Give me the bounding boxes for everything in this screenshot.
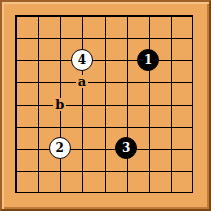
black-stone-3[interactable]: 3	[115, 137, 137, 159]
board-points-grid[interactable]: 4123ab	[4, 4, 203, 203]
white-stone-2[interactable]: 2	[49, 137, 71, 159]
label-text: b	[53, 98, 66, 111]
stone-number: 1	[137, 49, 159, 71]
stone-number: 3	[115, 137, 137, 159]
stone-number: 2	[49, 137, 71, 159]
go-board: 4123ab	[0, 0, 211, 211]
black-stone-1[interactable]: 1	[137, 49, 159, 71]
point-label-b[interactable]: b	[49, 93, 71, 115]
white-stone-4[interactable]: 4	[71, 49, 93, 71]
stone-number: 4	[71, 49, 93, 71]
point-label-a[interactable]: a	[71, 71, 93, 93]
label-text: a	[76, 75, 88, 88]
